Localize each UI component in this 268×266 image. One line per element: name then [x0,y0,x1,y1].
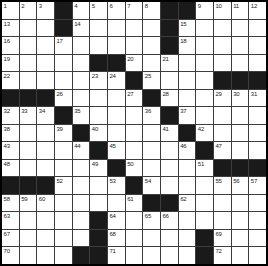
clue-number: 26 [55,90,72,97]
cell-r2c11[interactable]: 15 [179,20,196,37]
cell-r12c5[interactable] [73,195,90,212]
block-cell-r11c2 [20,177,37,194]
clue-number: 67 [2,230,19,237]
block-cell-r11c1 [2,177,19,194]
cell-r9c11[interactable]: 46 [179,142,196,159]
clue-number: 5 [90,2,107,9]
clue-number: 49 [90,160,107,167]
block-cell-r5c14 [232,72,249,89]
cell-r12c8[interactable]: 61 [126,195,143,212]
block-cell-r2c10 [161,20,178,37]
cell-r8c7[interactable] [108,125,125,142]
block-cell-r10c13 [214,160,231,177]
cell-r11c9[interactable]: 54 [143,177,160,194]
clue-number: 41 [161,125,178,132]
clue-number: 71 [108,247,125,254]
clue-number: 52 [55,177,72,184]
cell-r13c4[interactable] [55,212,72,229]
cell-r15c10[interactable] [161,247,178,264]
clue-number: 3 [37,2,54,9]
cell-r13c10[interactable]: 66 [161,212,178,229]
clue-number: 18 [179,37,196,44]
cell-r4c14[interactable] [232,55,249,72]
clue-number: 55 [214,177,231,184]
clue-number: 10 [214,2,231,9]
clue-number: 72 [214,247,231,254]
clue-number: 70 [2,247,19,254]
clue-number: 57 [249,177,266,184]
clue-number: 27 [126,90,143,97]
clue-number: 64 [108,212,125,219]
cell-r10c12[interactable]: 51 [196,160,213,177]
cell-r8c9[interactable] [143,125,160,142]
cell-r6c15[interactable]: 31 [249,90,266,107]
block-cell-r15c12 [196,247,213,264]
cell-r7c8[interactable] [126,107,143,124]
cell-r4c8[interactable]: 20 [126,55,143,72]
cell-r7c1[interactable]: 32 [2,107,19,124]
cell-r9c8[interactable] [126,142,143,159]
cell-r6c14[interactable]: 30 [232,90,249,107]
cell-r5c6[interactable]: 23 [90,72,107,89]
cell-r6c6[interactable] [90,90,107,107]
cell-r8c14[interactable] [232,125,249,142]
block-cell-r7c4 [55,107,72,124]
clue-number: 13 [2,20,19,27]
cell-r12c7[interactable] [108,195,125,212]
clue-number: 59 [20,195,37,202]
clue-number: 15 [179,20,196,27]
cell-r2c8[interactable] [126,20,143,37]
cell-r1c12[interactable]: 9 [196,2,213,19]
clue-number: 32 [2,107,19,114]
cell-r14c2[interactable] [20,230,37,247]
cell-r14c1[interactable]: 67 [2,230,19,247]
cell-r6c12[interactable] [196,90,213,107]
block-cell-r7c10 [161,107,178,124]
clue-number: 44 [73,142,90,149]
cell-r7c11[interactable]: 37 [179,107,196,124]
block-cell-r2c4 [55,20,72,37]
cell-r14c15[interactable] [249,230,266,247]
clue-number: 66 [161,212,178,219]
cell-r12c14[interactable] [232,195,249,212]
cell-r12c15[interactable] [249,195,266,212]
cell-r1c1[interactable]: 1 [2,2,19,19]
clue-number: 8 [143,2,160,9]
cell-r3c2[interactable] [20,37,37,54]
cell-r3c8[interactable] [126,37,143,54]
clue-number: 7 [126,2,143,9]
cell-r4c12[interactable] [196,55,213,72]
cell-r2c1[interactable]: 13 [2,20,19,37]
cell-r11c6[interactable] [90,177,107,194]
clue-number: 35 [73,107,90,114]
block-cell-r1c4 [55,2,72,19]
clue-number: 28 [161,90,178,97]
clue-number: 20 [126,55,143,62]
cell-r10c6[interactable]: 49 [90,160,107,177]
cell-r15c14[interactable] [232,247,249,264]
cell-r8c6[interactable]: 40 [90,125,107,142]
cell-r1c9[interactable]: 8 [143,2,160,19]
cell-r9c4[interactable] [55,142,72,159]
block-cell-r5c13 [214,72,231,89]
block-cell-r14c12 [196,230,213,247]
cell-r3c12[interactable] [196,37,213,54]
clue-number: 6 [108,2,125,9]
cell-r3c5[interactable] [73,37,90,54]
cell-r7c9[interactable]: 36 [143,107,160,124]
clue-number: 9 [196,2,213,9]
cell-r12c1[interactable]: 58 [2,195,19,212]
cell-r3c6[interactable] [90,37,107,54]
cell-r2c9[interactable] [143,20,160,37]
cell-r7c3[interactable]: 34 [37,107,54,124]
cell-r4c9[interactable] [143,55,160,72]
cell-r14c9[interactable] [143,230,160,247]
cell-r3c14[interactable] [232,37,249,54]
clue-number: 30 [232,90,249,97]
block-cell-r8c11 [179,125,196,142]
clue-number: 48 [2,160,19,167]
cell-r1c2[interactable]: 2 [20,2,37,19]
clue-number: 61 [126,195,143,202]
clue-number: 62 [179,195,196,202]
cell-r2c15[interactable] [249,20,266,37]
clue-number: 12 [249,2,266,9]
block-cell-r11c8 [126,177,143,194]
cell-r11c10[interactable] [161,177,178,194]
cell-r6c7[interactable] [108,90,125,107]
cell-r13c5[interactable] [73,212,90,229]
block-cell-r4c7 [108,55,125,72]
cell-r8c2[interactable] [20,125,37,142]
cell-r14c14[interactable] [232,230,249,247]
cell-r5c9[interactable]: 25 [143,72,160,89]
cell-r15c15[interactable] [249,247,266,264]
clue-number: 33 [20,107,37,114]
clue-number: 68 [108,230,125,237]
cell-r2c13[interactable] [214,20,231,37]
block-cell-r9c12 [196,142,213,159]
cell-r8c10[interactable]: 41 [161,125,178,142]
cell-r10c3[interactable] [37,160,54,177]
clue-number: 42 [196,125,213,132]
cell-r15c4[interactable] [55,247,72,264]
cell-r4c5[interactable] [73,55,90,72]
cell-r7c2[interactable]: 33 [20,107,37,124]
cell-r13c8[interactable] [126,212,143,229]
block-cell-r4c6 [90,55,107,72]
cell-r13c7[interactable]: 64 [108,212,125,229]
cell-r14c8[interactable] [126,230,143,247]
cell-r5c7[interactable]: 24 [108,72,125,89]
block-cell-r9c6 [90,142,107,159]
cell-r2c2[interactable] [20,20,37,37]
cell-r7c6[interactable] [90,107,107,124]
clue-number: 11 [232,2,249,9]
cell-r9c2[interactable] [20,142,37,159]
cell-r13c3[interactable] [37,212,54,229]
cell-r3c9[interactable] [143,37,160,54]
cell-r13c15[interactable] [249,212,266,229]
cell-r3c11[interactable]: 18 [179,37,196,54]
clue-number: 69 [214,230,231,237]
cell-r4c3[interactable] [37,55,54,72]
cell-r14c11[interactable] [179,230,196,247]
cell-r2c3[interactable] [37,20,54,37]
cell-r14c5[interactable] [73,230,90,247]
clue-number: 36 [143,107,160,114]
cell-r6c11[interactable] [179,90,196,107]
cell-r5c1[interactable]: 22 [2,72,19,89]
clue-number: 60 [37,195,54,202]
cell-r8c1[interactable]: 38 [2,125,19,142]
cell-r15c13[interactable]: 72 [214,247,231,264]
cell-r12c12[interactable] [196,195,213,212]
cell-r3c13[interactable] [214,37,231,54]
cell-r10c1[interactable]: 48 [2,160,19,177]
cell-r11c14[interactable]: 56 [232,177,249,194]
block-cell-r12c9 [143,195,160,212]
cell-r14c10[interactable] [161,230,178,247]
cell-r5c2[interactable] [20,72,37,89]
clue-number: 22 [2,72,19,79]
cell-r3c3[interactable] [37,37,54,54]
cell-r9c1[interactable]: 43 [2,142,19,159]
clue-number: 58 [2,195,19,202]
cell-r15c7[interactable]: 71 [108,247,125,264]
cell-r1c3[interactable]: 3 [37,2,54,19]
cell-r3c4[interactable]: 17 [55,37,72,54]
cell-r12c2[interactable]: 59 [20,195,37,212]
block-cell-r10c7 [108,160,125,177]
cell-r9c9[interactable] [143,142,160,159]
cell-r5c12[interactable] [196,72,213,89]
cell-r10c8[interactable]: 50 [126,160,143,177]
cell-r9c3[interactable] [37,142,54,159]
clue-number: 24 [108,72,125,79]
clue-number: 4 [73,2,90,9]
cell-r1c8[interactable]: 7 [126,2,143,19]
clue-number: 38 [2,125,19,132]
clue-number: 65 [143,212,160,219]
cell-r2c12[interactable] [196,20,213,37]
block-cell-r6c2 [20,90,37,107]
cell-r6c13[interactable]: 29 [214,90,231,107]
block-cell-r8c5 [73,125,90,142]
cell-r7c14[interactable] [232,107,249,124]
cell-r8c15[interactable] [249,125,266,142]
cell-r15c2[interactable] [20,247,37,264]
clue-number: 51 [196,160,213,167]
block-cell-r14c6 [90,230,107,247]
cell-r4c10[interactable]: 21 [161,55,178,72]
cell-r1c6[interactable]: 5 [90,2,107,19]
cell-r12c3[interactable]: 60 [37,195,54,212]
block-cell-r6c9 [143,90,160,107]
block-cell-r1c10 [161,2,178,19]
cell-r4c11[interactable] [179,55,196,72]
clue-number: 31 [249,90,266,97]
cell-r10c10[interactable] [161,160,178,177]
cell-r8c13[interactable] [214,125,231,142]
cell-r11c12[interactable] [196,177,213,194]
cell-r12c11[interactable]: 62 [179,195,196,212]
cell-r7c12[interactable] [196,107,213,124]
cell-r14c7[interactable]: 68 [108,230,125,247]
cell-r15c1[interactable]: 70 [2,247,19,264]
cell-r9c7[interactable]: 45 [108,142,125,159]
cell-r9c15[interactable] [249,142,266,159]
cell-r9c10[interactable] [161,142,178,159]
clue-number: 34 [37,107,54,114]
clue-number: 45 [108,142,125,149]
cell-r9c13[interactable]: 47 [214,142,231,159]
block-cell-r11c3 [37,177,54,194]
cell-r5c10[interactable] [161,72,178,89]
cell-r4c15[interactable] [249,55,266,72]
cell-r3c7[interactable] [108,37,125,54]
cell-r11c11[interactable] [179,177,196,194]
cell-r13c1[interactable]: 63 [2,212,19,229]
cell-r13c14[interactable] [232,212,249,229]
cell-r7c7[interactable] [108,107,125,124]
clue-number: 37 [179,107,196,114]
cell-r14c4[interactable] [55,230,72,247]
cell-r7c5[interactable]: 35 [73,107,90,124]
clue-number: 2 [20,2,37,9]
block-cell-r15c6 [90,247,107,264]
cell-r4c1[interactable]: 19 [2,55,19,72]
cell-r12c13[interactable] [214,195,231,212]
clue-number: 19 [2,55,19,62]
cell-r6c8[interactable]: 27 [126,90,143,107]
cell-r13c11[interactable] [179,212,196,229]
cell-r7c15[interactable] [249,107,266,124]
cell-r1c5[interactable]: 4 [73,2,90,19]
cell-r12c6[interactable] [90,195,107,212]
cell-r13c12[interactable] [196,212,213,229]
clue-number: 53 [108,177,125,184]
cell-r1c15[interactable]: 12 [249,2,266,19]
cell-r3c1[interactable]: 16 [2,37,19,54]
cell-r8c4[interactable]: 39 [55,125,72,142]
block-cell-r10c14 [232,160,249,177]
cell-r11c15[interactable]: 57 [249,177,266,194]
cell-r11c5[interactable] [73,177,90,194]
block-cell-r3c10 [161,37,178,54]
cell-r14c13[interactable]: 69 [214,230,231,247]
cell-r2c5[interactable]: 14 [73,20,90,37]
cell-r13c9[interactable]: 65 [143,212,160,229]
block-cell-r6c1 [2,90,19,107]
cell-r15c3[interactable] [37,247,54,264]
block-cell-r1c11 [179,2,196,19]
clue-number: 25 [143,72,160,79]
cell-r6c4[interactable]: 26 [55,90,72,107]
cell-r10c9[interactable] [143,160,160,177]
clue-number: 56 [232,177,249,184]
cell-r6c10[interactable]: 28 [161,90,178,107]
cell-r8c3[interactable] [37,125,54,142]
cell-r13c13[interactable] [214,212,231,229]
cell-r1c14[interactable]: 11 [232,2,249,19]
cell-r10c4[interactable] [55,160,72,177]
cell-r11c13[interactable]: 55 [214,177,231,194]
cell-r15c8[interactable] [126,247,143,264]
cell-r12c4[interactable] [55,195,72,212]
clue-number: 23 [90,72,107,79]
clue-number: 50 [126,160,143,167]
cell-r8c12[interactable]: 42 [196,125,213,142]
clue-number: 17 [55,37,72,44]
clue-number: 47 [214,142,231,149]
cell-r10c5[interactable] [73,160,90,177]
cell-r4c2[interactable] [20,55,37,72]
cell-r5c4[interactable] [55,72,72,89]
cell-r9c5[interactable]: 44 [73,142,90,159]
clue-number: 54 [143,177,160,184]
block-cell-r13c6 [90,212,107,229]
cell-r5c3[interactable] [37,72,54,89]
cell-r6c5[interactable] [73,90,90,107]
cell-r15c9[interactable] [143,247,160,264]
block-cell-r12c10 [161,195,178,212]
clue-number: 63 [2,212,19,219]
clue-number: 29 [214,90,231,97]
cell-r8c8[interactable] [126,125,143,142]
clue-number: 16 [2,37,19,44]
cell-r7c13[interactable] [214,107,231,124]
cell-r2c6[interactable] [90,20,107,37]
cell-r5c11[interactable] [179,72,196,89]
cell-r15c11[interactable] [179,247,196,264]
clue-number: 39 [55,125,72,132]
cell-r2c7[interactable] [108,20,125,37]
cell-r2c14[interactable] [232,20,249,37]
clue-number: 43 [2,142,19,149]
block-cell-r15c5 [73,247,90,264]
cell-r9c14[interactable] [232,142,249,159]
cell-r13c2[interactable] [20,212,37,229]
cell-r10c11[interactable] [179,160,196,177]
cell-r4c4[interactable] [55,55,72,72]
cell-r1c13[interactable]: 10 [214,2,231,19]
crossword-grid: 1234567891011121314151617181920212223242… [0,0,268,266]
block-cell-r10c15 [249,160,266,177]
clue-number: 21 [161,55,178,62]
clue-number: 1 [2,2,19,9]
cell-r14c3[interactable] [37,230,54,247]
block-cell-r5c15 [249,72,266,89]
cell-r5c5[interactable] [73,72,90,89]
cell-r1c7[interactable]: 6 [108,2,125,19]
clue-number: 46 [179,142,196,149]
block-cell-r6c3 [37,90,54,107]
clue-number: 40 [90,125,107,132]
clue-number: 14 [73,20,90,27]
cell-r3c15[interactable] [249,37,266,54]
cell-r10c2[interactable] [20,160,37,177]
cell-r11c7[interactable]: 53 [108,177,125,194]
cell-r11c4[interactable]: 52 [55,177,72,194]
cell-r4c13[interactable] [214,55,231,72]
block-cell-r5c8 [126,72,143,89]
